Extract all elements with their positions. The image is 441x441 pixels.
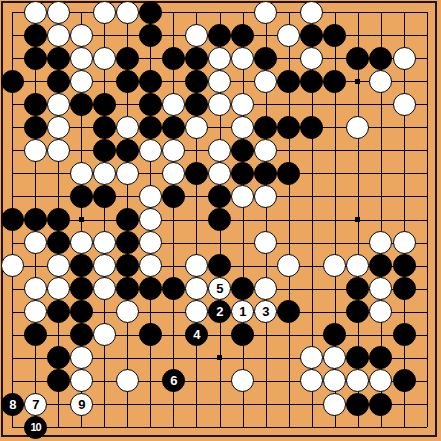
move-2-stone: 2 — [208, 300, 231, 323]
white-stone — [369, 300, 392, 323]
black-stone — [116, 70, 139, 93]
white-stone — [208, 93, 231, 116]
black-stone — [162, 116, 185, 139]
black-stone — [393, 323, 416, 346]
white-stone — [300, 47, 323, 70]
white-stone — [254, 139, 277, 162]
black-stone — [208, 185, 231, 208]
move-1-stone: 1 — [231, 300, 254, 323]
move-number-label: 2 — [216, 305, 223, 318]
white-stone — [70, 369, 93, 392]
white-stone — [231, 93, 254, 116]
black-stone — [47, 346, 70, 369]
black-stone — [231, 323, 254, 346]
black-stone — [24, 47, 47, 70]
black-stone — [393, 254, 416, 277]
white-stone — [116, 116, 139, 139]
white-stone — [24, 1, 47, 24]
black-stone — [139, 277, 162, 300]
black-stone — [185, 162, 208, 185]
black-stone — [185, 93, 208, 116]
white-stone — [162, 93, 185, 116]
white-stone — [300, 346, 323, 369]
black-stone — [47, 369, 70, 392]
white-stone — [208, 162, 231, 185]
white-stone — [185, 300, 208, 323]
white-stone — [277, 24, 300, 47]
black-stone — [323, 70, 346, 93]
white-stone — [254, 231, 277, 254]
black-stone — [185, 47, 208, 70]
white-stone — [93, 47, 116, 70]
white-stone — [254, 185, 277, 208]
white-stone — [231, 369, 254, 392]
black-stone — [24, 323, 47, 346]
white-stone — [231, 47, 254, 70]
white-stone — [47, 93, 70, 116]
white-stone — [208, 70, 231, 93]
white-stone — [70, 231, 93, 254]
grid-line-vertical — [404, 12, 405, 427]
move-7-stone: 7 — [24, 393, 47, 416]
white-stone — [93, 254, 116, 277]
move-number-label: 3 — [262, 305, 269, 318]
white-stone — [300, 1, 323, 24]
white-stone — [369, 369, 392, 392]
black-stone — [70, 323, 93, 346]
white-stone — [393, 93, 416, 116]
black-stone — [231, 139, 254, 162]
black-stone — [70, 254, 93, 277]
black-stone — [162, 277, 185, 300]
star-point — [355, 217, 360, 222]
white-stone — [162, 139, 185, 162]
move-number-label: 1 — [239, 305, 246, 318]
black-stone — [231, 162, 254, 185]
white-stone — [93, 162, 116, 185]
black-stone — [139, 24, 162, 47]
white-stone — [1, 254, 24, 277]
white-stone — [369, 70, 392, 93]
black-stone — [139, 323, 162, 346]
white-stone — [254, 70, 277, 93]
black-stone — [139, 1, 162, 24]
black-stone — [47, 208, 70, 231]
white-stone — [24, 300, 47, 323]
black-stone — [300, 24, 323, 47]
white-stone — [47, 24, 70, 47]
move-number-label: 8 — [9, 398, 16, 411]
black-stone — [231, 24, 254, 47]
black-stone — [300, 70, 323, 93]
black-stone — [70, 277, 93, 300]
white-stone — [139, 231, 162, 254]
white-stone — [346, 116, 369, 139]
black-stone — [116, 208, 139, 231]
white-stone — [254, 1, 277, 24]
black-stone — [1, 70, 24, 93]
move-5-stone: 5 — [208, 277, 231, 300]
black-stone — [139, 93, 162, 116]
white-stone — [93, 231, 116, 254]
grid-line-horizontal — [12, 427, 427, 428]
white-stone — [47, 139, 70, 162]
black-stone — [162, 47, 185, 70]
white-stone — [346, 254, 369, 277]
black-stone — [162, 185, 185, 208]
white-stone — [231, 116, 254, 139]
black-stone — [70, 300, 93, 323]
black-stone — [47, 300, 70, 323]
black-stone — [277, 70, 300, 93]
white-stone — [323, 254, 346, 277]
black-stone — [116, 139, 139, 162]
black-stone — [24, 24, 47, 47]
white-stone — [300, 369, 323, 392]
white-stone — [323, 393, 346, 416]
black-stone — [323, 323, 346, 346]
move-number-label: 5 — [216, 282, 223, 295]
white-stone — [139, 208, 162, 231]
black-stone — [323, 24, 346, 47]
black-stone — [139, 116, 162, 139]
black-stone — [24, 116, 47, 139]
black-stone — [369, 254, 392, 277]
white-stone — [24, 277, 47, 300]
white-stone — [47, 254, 70, 277]
black-stone — [47, 231, 70, 254]
black-stone — [116, 277, 139, 300]
star-point — [355, 79, 360, 84]
black-stone — [208, 24, 231, 47]
star-point — [217, 355, 222, 360]
grid-line-vertical — [427, 12, 428, 427]
white-stone — [139, 185, 162, 208]
white-stone — [47, 116, 70, 139]
white-stone — [393, 231, 416, 254]
black-stone — [70, 185, 93, 208]
black-stone — [346, 393, 369, 416]
black-stone — [346, 300, 369, 323]
white-stone — [369, 231, 392, 254]
white-stone — [393, 47, 416, 70]
move-4-stone: 4 — [185, 323, 208, 346]
white-stone — [208, 47, 231, 70]
black-stone — [277, 116, 300, 139]
white-stone — [185, 116, 208, 139]
white-stone — [139, 254, 162, 277]
white-stone — [116, 162, 139, 185]
black-stone — [93, 116, 116, 139]
white-stone — [323, 369, 346, 392]
black-stone — [47, 70, 70, 93]
black-stone — [254, 47, 277, 70]
black-stone — [277, 162, 300, 185]
black-stone — [300, 116, 323, 139]
black-stone — [393, 277, 416, 300]
white-stone — [346, 369, 369, 392]
move-10-stone: 10 — [24, 416, 47, 439]
white-stone — [116, 300, 139, 323]
white-stone — [70, 47, 93, 70]
black-stone — [93, 185, 116, 208]
black-stone — [116, 231, 139, 254]
white-stone — [369, 277, 392, 300]
black-stone — [24, 208, 47, 231]
move-number-label: 7 — [32, 398, 39, 411]
black-stone — [208, 254, 231, 277]
black-stone — [139, 70, 162, 93]
white-stone — [185, 254, 208, 277]
black-stone — [254, 116, 277, 139]
move-3-stone: 3 — [254, 300, 277, 323]
star-point — [79, 217, 84, 222]
black-stone — [231, 277, 254, 300]
white-stone — [24, 231, 47, 254]
black-stone — [185, 70, 208, 93]
move-number-label: 10 — [30, 422, 40, 433]
white-stone — [70, 346, 93, 369]
black-stone — [254, 162, 277, 185]
white-stone — [93, 1, 116, 24]
black-stone — [393, 369, 416, 392]
black-stone — [346, 346, 369, 369]
white-stone — [323, 346, 346, 369]
move-number-label: 9 — [78, 398, 85, 411]
white-stone — [116, 1, 139, 24]
grid-line-vertical — [243, 12, 244, 427]
black-stone — [346, 277, 369, 300]
move-8-stone: 8 — [1, 393, 24, 416]
black-stone — [47, 47, 70, 70]
black-stone — [208, 208, 231, 231]
white-stone — [93, 277, 116, 300]
move-number-label: 6 — [170, 374, 177, 387]
black-stone — [369, 393, 392, 416]
black-stone — [70, 93, 93, 116]
black-stone — [277, 300, 300, 323]
white-stone — [254, 277, 277, 300]
white-stone — [208, 139, 231, 162]
black-stone — [369, 47, 392, 70]
white-stone — [116, 369, 139, 392]
move-number-label: 4 — [193, 328, 200, 341]
black-stone — [1, 208, 24, 231]
white-stone — [70, 70, 93, 93]
black-stone — [369, 346, 392, 369]
white-stone — [185, 24, 208, 47]
move-9-stone: 9 — [70, 393, 93, 416]
black-stone — [116, 254, 139, 277]
white-stone — [47, 1, 70, 24]
white-stone — [24, 139, 47, 162]
white-stone — [93, 323, 116, 346]
black-stone — [93, 93, 116, 116]
white-stone — [277, 254, 300, 277]
white-stone — [162, 162, 185, 185]
white-stone — [139, 139, 162, 162]
black-stone — [93, 139, 116, 162]
white-stone — [185, 277, 208, 300]
move-6-stone: 6 — [162, 369, 185, 392]
black-stone — [116, 47, 139, 70]
white-stone — [70, 24, 93, 47]
black-stone — [24, 93, 47, 116]
go-board: 52134687910 — [0, 0, 441, 441]
white-stone — [231, 185, 254, 208]
white-stone — [47, 277, 70, 300]
black-stone — [346, 47, 369, 70]
white-stone — [70, 162, 93, 185]
